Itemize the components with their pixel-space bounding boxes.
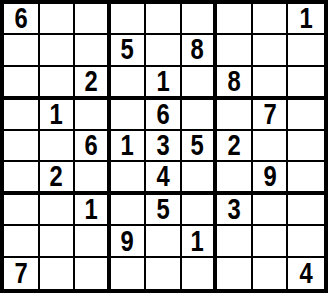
cell-r9c4[interactable] (111, 258, 147, 289)
cell-r4c8[interactable]: 7 (253, 100, 289, 131)
given-digit: 4 (300, 259, 313, 288)
cell-r9c8[interactable] (253, 258, 289, 289)
cell-r1c3[interactable] (75, 4, 111, 35)
given-digit: 8 (191, 35, 204, 64)
cell-r8c8[interactable] (253, 226, 289, 257)
given-digit: 1 (50, 100, 63, 129)
cell-r1c9[interactable]: 1 (288, 4, 324, 35)
cell-r4c7[interactable] (217, 100, 253, 131)
cell-r8c2[interactable] (40, 226, 76, 257)
given-digit: 6 (14, 4, 27, 33)
cell-r1c5[interactable] (146, 4, 182, 35)
cell-r8c7[interactable] (217, 226, 253, 257)
given-digit: 5 (191, 131, 204, 160)
given-digit: 8 (227, 67, 240, 96)
given-digit: 1 (84, 195, 97, 224)
given-digit: 7 (14, 259, 27, 288)
cell-r6c4[interactable] (111, 162, 147, 195)
cell-r5c9[interactable] (288, 131, 324, 162)
given-digit: 2 (84, 67, 97, 96)
given-digit: 6 (156, 100, 169, 129)
cell-r2c4[interactable]: 5 (111, 35, 147, 66)
cell-r1c7[interactable] (217, 4, 253, 35)
cell-r7c3[interactable]: 1 (75, 195, 111, 226)
cell-r3c8[interactable] (253, 67, 289, 100)
cell-r7c1[interactable] (4, 195, 40, 226)
cell-r5c8[interactable] (253, 131, 289, 162)
given-digit: 5 (156, 195, 169, 224)
given-digit: 2 (227, 131, 240, 160)
cell-r1c1[interactable]: 6 (4, 4, 40, 35)
cell-r8c4[interactable]: 9 (111, 226, 147, 257)
cell-r7c4[interactable] (111, 195, 147, 226)
given-digit: 9 (263, 162, 276, 191)
cell-r8c6[interactable]: 1 (182, 226, 218, 257)
cell-r6c2[interactable]: 2 (40, 162, 76, 195)
cell-r6c7[interactable] (217, 162, 253, 195)
cell-r8c3[interactable] (75, 226, 111, 257)
given-digit: 4 (156, 162, 169, 191)
cell-r1c4[interactable] (111, 4, 147, 35)
cell-r1c2[interactable] (40, 4, 76, 35)
cell-r7c6[interactable] (182, 195, 218, 226)
cell-r5c1[interactable] (4, 131, 40, 162)
cell-r9c3[interactable] (75, 258, 111, 289)
cell-r2c7[interactable] (217, 35, 253, 66)
cell-r6c8[interactable]: 9 (253, 162, 289, 195)
given-digit: 9 (121, 227, 134, 256)
cell-r3c6[interactable] (182, 67, 218, 100)
given-digit: 1 (156, 67, 169, 96)
cell-r3c1[interactable] (4, 67, 40, 100)
cell-r2c9[interactable] (288, 35, 324, 66)
cell-r9c2[interactable] (40, 258, 76, 289)
cell-r5c6[interactable]: 5 (182, 131, 218, 162)
cell-r2c3[interactable] (75, 35, 111, 66)
cell-r9c9[interactable]: 4 (288, 258, 324, 289)
cell-r1c6[interactable] (182, 4, 218, 35)
given-digit: 7 (263, 100, 276, 129)
cell-r4c2[interactable]: 1 (40, 100, 76, 131)
cell-r5c2[interactable] (40, 131, 76, 162)
cell-r6c3[interactable] (75, 162, 111, 195)
cell-r3c2[interactable] (40, 67, 76, 100)
cell-r7c2[interactable] (40, 195, 76, 226)
sudoku-board: 6158218167613522491539174 (0, 0, 328, 293)
cell-r6c6[interactable] (182, 162, 218, 195)
given-digit: 1 (191, 227, 204, 256)
cell-r4c6[interactable] (182, 100, 218, 131)
cell-r7c8[interactable] (253, 195, 289, 226)
given-digit: 6 (84, 131, 97, 160)
cell-r5c4[interactable]: 1 (111, 131, 147, 162)
cell-r4c9[interactable] (288, 100, 324, 131)
cell-r9c6[interactable] (182, 258, 218, 289)
cell-r7c5[interactable]: 5 (146, 195, 182, 226)
given-digit: 2 (50, 162, 63, 191)
cell-r3c3[interactable]: 2 (75, 67, 111, 100)
cell-r6c5[interactable]: 4 (146, 162, 182, 195)
cell-r6c9[interactable] (288, 162, 324, 195)
cell-r7c7[interactable]: 3 (217, 195, 253, 226)
cell-r3c7[interactable]: 8 (217, 67, 253, 100)
cell-r4c4[interactable] (111, 100, 147, 131)
cell-r9c1[interactable]: 7 (4, 258, 40, 289)
cell-r2c5[interactable] (146, 35, 182, 66)
given-digit: 3 (227, 195, 240, 224)
cell-r8c5[interactable] (146, 226, 182, 257)
given-digit: 5 (121, 35, 134, 64)
given-digit: 3 (156, 131, 169, 160)
given-digit: 1 (121, 131, 134, 160)
cell-r4c1[interactable] (4, 100, 40, 131)
cell-r3c5[interactable]: 1 (146, 67, 182, 100)
cell-r1c8[interactable] (253, 4, 289, 35)
cell-r4c3[interactable] (75, 100, 111, 131)
cell-r2c6[interactable]: 8 (182, 35, 218, 66)
cell-r3c9[interactable] (288, 67, 324, 100)
cell-r2c1[interactable] (4, 35, 40, 66)
cell-r2c8[interactable] (253, 35, 289, 66)
cell-r5c3[interactable]: 6 (75, 131, 111, 162)
cell-r6c1[interactable] (4, 162, 40, 195)
cell-r9c7[interactable] (217, 258, 253, 289)
cell-r4c5[interactable]: 6 (146, 100, 182, 131)
cell-r8c9[interactable] (288, 226, 324, 257)
cell-r7c9[interactable] (288, 195, 324, 226)
cell-r3c4[interactable] (111, 67, 147, 100)
cell-r9c5[interactable] (146, 258, 182, 289)
cell-r8c1[interactable] (4, 226, 40, 257)
cell-r5c7[interactable]: 2 (217, 131, 253, 162)
cell-r2c2[interactable] (40, 35, 76, 66)
cell-r5c5[interactable]: 3 (146, 131, 182, 162)
given-digit: 1 (300, 4, 313, 33)
